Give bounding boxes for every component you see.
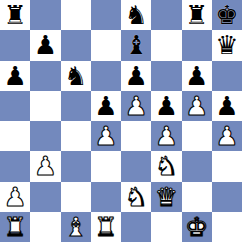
square-d5[interactable]: ♟︎ (91, 91, 121, 121)
white-knight[interactable]: ♞︎ (155, 153, 178, 179)
square-b4[interactable] (30, 121, 60, 151)
square-a3[interactable] (0, 151, 30, 181)
white-pawn[interactable]: ♟︎ (94, 123, 117, 149)
black-knight[interactable]: ♞︎ (124, 2, 147, 28)
square-e6[interactable]: ♟︎ (121, 61, 151, 91)
square-a8[interactable]: ♜︎ (0, 0, 30, 30)
black-bishop[interactable]: ♝︎ (124, 32, 147, 58)
square-a4[interactable] (0, 121, 30, 151)
black-pawn[interactable]: ♟︎ (3, 63, 26, 89)
white-knight[interactable]: ♞︎ (124, 184, 147, 210)
square-b2[interactable] (30, 182, 60, 212)
square-d2[interactable] (91, 182, 121, 212)
square-a6[interactable]: ♟︎ (0, 61, 30, 91)
square-f1[interactable] (151, 212, 181, 242)
black-pawn[interactable]: ♟︎ (94, 93, 117, 119)
white-queen[interactable]: ♛︎ (155, 184, 178, 210)
black-pawn[interactable]: ♟︎ (215, 93, 238, 119)
white-pawn[interactable]: ♟︎ (215, 123, 238, 149)
square-g3[interactable] (182, 151, 212, 181)
square-d1[interactable]: ♜︎ (91, 212, 121, 242)
white-pawn[interactable]: ♟︎ (124, 93, 147, 119)
black-pawn[interactable]: ♟︎ (185, 63, 208, 89)
square-f4[interactable]: ♟︎ (151, 121, 181, 151)
square-h1[interactable] (212, 212, 242, 242)
square-b1[interactable] (30, 212, 60, 242)
square-e4[interactable] (121, 121, 151, 151)
square-g4[interactable] (182, 121, 212, 151)
black-rook[interactable]: ♜︎ (185, 2, 208, 28)
square-h2[interactable] (212, 182, 242, 212)
square-h6[interactable] (212, 61, 242, 91)
black-queen[interactable]: ♛︎ (215, 32, 238, 58)
white-pawn[interactable]: ♟︎ (3, 184, 26, 210)
square-d4[interactable]: ♟︎ (91, 121, 121, 151)
square-b3[interactable]: ♟︎ (30, 151, 60, 181)
square-g2[interactable] (182, 182, 212, 212)
square-g1[interactable]: ♚︎ (182, 212, 212, 242)
square-g8[interactable]: ♜︎ (182, 0, 212, 30)
square-h7[interactable]: ♛︎ (212, 30, 242, 60)
black-pawn[interactable]: ♟︎ (155, 93, 178, 119)
white-rook[interactable]: ♜︎ (3, 214, 26, 240)
square-e5[interactable]: ♟︎ (121, 91, 151, 121)
black-pawn[interactable]: ♟︎ (124, 63, 147, 89)
square-b7[interactable]: ♟︎ (30, 30, 60, 60)
square-f2[interactable]: ♛︎ (151, 182, 181, 212)
black-pawn[interactable]: ♟︎ (34, 32, 57, 58)
square-c7[interactable] (61, 30, 91, 60)
square-a7[interactable] (0, 30, 30, 60)
square-f6[interactable] (151, 61, 181, 91)
square-c3[interactable] (61, 151, 91, 181)
square-a1[interactable]: ♜︎ (0, 212, 30, 242)
square-f5[interactable]: ♟︎ (151, 91, 181, 121)
square-a2[interactable]: ♟︎ (0, 182, 30, 212)
square-b5[interactable] (30, 91, 60, 121)
square-g7[interactable] (182, 30, 212, 60)
square-f3[interactable]: ♞︎ (151, 151, 181, 181)
square-d7[interactable] (91, 30, 121, 60)
square-h3[interactable] (212, 151, 242, 181)
white-bishop[interactable]: ♝︎ (64, 214, 87, 240)
white-king[interactable]: ♚︎ (185, 214, 208, 240)
square-c8[interactable] (61, 0, 91, 30)
square-e1[interactable] (121, 212, 151, 242)
square-d3[interactable] (91, 151, 121, 181)
square-f8[interactable] (151, 0, 181, 30)
square-c4[interactable] (61, 121, 91, 151)
square-f7[interactable] (151, 30, 181, 60)
square-e2[interactable]: ♞︎ (121, 182, 151, 212)
square-d8[interactable] (91, 0, 121, 30)
white-pawn[interactable]: ♟︎ (155, 123, 178, 149)
square-c1[interactable]: ♝︎ (61, 212, 91, 242)
square-c5[interactable] (61, 91, 91, 121)
square-e3[interactable] (121, 151, 151, 181)
white-pawn[interactable]: ♟︎ (34, 153, 57, 179)
square-c6[interactable]: ♞︎ (61, 61, 91, 91)
square-d6[interactable] (91, 61, 121, 91)
black-knight[interactable]: ♞︎ (64, 63, 87, 89)
square-h8[interactable]: ♚︎ (212, 0, 242, 30)
square-g5[interactable]: ♟︎ (182, 91, 212, 121)
square-h5[interactable]: ♟︎ (212, 91, 242, 121)
square-c2[interactable] (61, 182, 91, 212)
black-king[interactable]: ♚︎ (215, 2, 238, 28)
white-pawn[interactable]: ♟︎ (185, 93, 208, 119)
square-b6[interactable] (30, 61, 60, 91)
white-rook[interactable]: ♜︎ (94, 214, 117, 240)
square-g6[interactable]: ♟︎ (182, 61, 212, 91)
square-e7[interactable]: ♝︎ (121, 30, 151, 60)
square-b8[interactable] (30, 0, 60, 30)
black-rook[interactable]: ♜︎ (3, 2, 26, 28)
square-e8[interactable]: ♞︎ (121, 0, 151, 30)
square-h4[interactable]: ♟︎ (212, 121, 242, 151)
chess-board: ♜︎♞︎♜︎♚︎♟︎♝︎♛︎♟︎♞︎♟︎♟︎♟︎♟︎♟︎♟︎♟︎♟︎♟︎♟︎♟︎… (0, 0, 242, 242)
square-a5[interactable] (0, 91, 30, 121)
